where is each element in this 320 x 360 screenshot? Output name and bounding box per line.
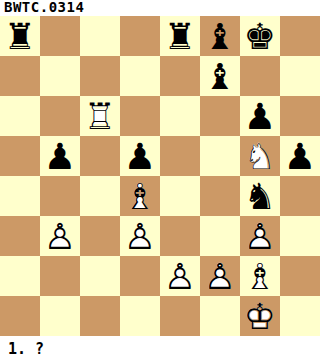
piece-outline: ♙: [40, 216, 80, 256]
piece-fill: ♚: [240, 16, 280, 56]
piece-fill: ♟: [240, 96, 280, 136]
square-a5[interactable]: [0, 136, 40, 176]
square-e1[interactable]: [160, 296, 200, 336]
piece-fill: ♜: [0, 16, 40, 56]
square-c6[interactable]: ♜♖: [80, 96, 120, 136]
piece-outline: ♘: [240, 136, 280, 176]
square-f8[interactable]: ♝: [200, 16, 240, 56]
white-knight: ♞♘: [240, 136, 280, 176]
square-e4[interactable]: [160, 176, 200, 216]
piece-outline: ♖: [80, 96, 120, 136]
piece-fill: ♝: [200, 16, 240, 56]
square-g2[interactable]: ♝♗: [240, 256, 280, 296]
white-king: ♚♔: [240, 296, 280, 336]
square-h4[interactable]: [280, 176, 320, 216]
piece-fill: ♟: [280, 136, 320, 176]
white-pawn: ♟♙: [120, 216, 160, 256]
square-f5[interactable]: [200, 136, 240, 176]
square-a6[interactable]: [0, 96, 40, 136]
square-a2[interactable]: [0, 256, 40, 296]
square-c5[interactable]: [80, 136, 120, 176]
square-a1[interactable]: [0, 296, 40, 336]
white-bishop: ♝♗: [240, 256, 280, 296]
square-h1[interactable]: [280, 296, 320, 336]
square-d1[interactable]: [120, 296, 160, 336]
square-a7[interactable]: [0, 56, 40, 96]
square-d4[interactable]: ♝♗: [120, 176, 160, 216]
piece-fill: ♜: [160, 16, 200, 56]
square-c2[interactable]: [80, 256, 120, 296]
square-b8[interactable]: [40, 16, 80, 56]
white-pawn: ♟♙: [200, 256, 240, 296]
square-c1[interactable]: [80, 296, 120, 336]
square-e7[interactable]: [160, 56, 200, 96]
square-b1[interactable]: [40, 296, 80, 336]
square-b4[interactable]: [40, 176, 80, 216]
square-h6[interactable]: [280, 96, 320, 136]
square-g1[interactable]: ♚♔: [240, 296, 280, 336]
chess-board: ♜♜♝♚♝♜♖♟♟♟♞♘♟♝♗♞♟♙♟♙♟♙♟♙♟♙♝♗♚♔: [0, 16, 320, 336]
piece-outline: ♔: [240, 296, 280, 336]
piece-fill: ♞: [240, 176, 280, 216]
square-g5[interactable]: ♞♘: [240, 136, 280, 176]
square-e2[interactable]: ♟♙: [160, 256, 200, 296]
white-pawn: ♟♙: [40, 216, 80, 256]
square-f6[interactable]: [200, 96, 240, 136]
square-d5[interactable]: ♟: [120, 136, 160, 176]
square-d7[interactable]: [120, 56, 160, 96]
square-h2[interactable]: [280, 256, 320, 296]
square-b6[interactable]: [40, 96, 80, 136]
black-bishop: ♝: [200, 56, 240, 96]
black-pawn: ♟: [280, 136, 320, 176]
square-b5[interactable]: ♟: [40, 136, 80, 176]
square-f1[interactable]: [200, 296, 240, 336]
white-rook: ♜♖: [80, 96, 120, 136]
square-h3[interactable]: [280, 216, 320, 256]
black-bishop: ♝: [200, 16, 240, 56]
puzzle-id: BWTC.0314: [0, 0, 320, 16]
square-f3[interactable]: [200, 216, 240, 256]
square-d8[interactable]: [120, 16, 160, 56]
black-knight: ♞: [240, 176, 280, 216]
square-c4[interactable]: [80, 176, 120, 216]
black-pawn: ♟: [120, 136, 160, 176]
piece-outline: ♙: [120, 216, 160, 256]
square-e3[interactable]: [160, 216, 200, 256]
square-b2[interactable]: [40, 256, 80, 296]
piece-outline: ♗: [120, 176, 160, 216]
white-pawn: ♟♙: [240, 216, 280, 256]
square-g8[interactable]: ♚: [240, 16, 280, 56]
square-g6[interactable]: ♟: [240, 96, 280, 136]
square-h7[interactable]: [280, 56, 320, 96]
piece-fill: ♝: [200, 56, 240, 96]
black-king: ♚: [240, 16, 280, 56]
black-rook: ♜: [160, 16, 200, 56]
square-c8[interactable]: [80, 16, 120, 56]
square-e8[interactable]: ♜: [160, 16, 200, 56]
piece-outline: ♙: [200, 256, 240, 296]
square-c7[interactable]: [80, 56, 120, 96]
chess-puzzle-viewer: BWTC.0314 ♜♜♝♚♝♜♖♟♟♟♞♘♟♝♗♞♟♙♟♙♟♙♟♙♟♙♝♗♚♔…: [0, 0, 320, 360]
black-pawn: ♟: [240, 96, 280, 136]
move-prompt: 1. ?: [0, 336, 320, 360]
black-pawn: ♟: [40, 136, 80, 176]
square-e5[interactable]: [160, 136, 200, 176]
square-h8[interactable]: [280, 16, 320, 56]
square-a8[interactable]: ♜: [0, 16, 40, 56]
piece-fill: ♟: [120, 136, 160, 176]
square-g7[interactable]: [240, 56, 280, 96]
square-c3[interactable]: [80, 216, 120, 256]
square-f7[interactable]: ♝: [200, 56, 240, 96]
square-g3[interactable]: ♟♙: [240, 216, 280, 256]
square-h5[interactable]: ♟: [280, 136, 320, 176]
square-d3[interactable]: ♟♙: [120, 216, 160, 256]
white-bishop: ♝♗: [120, 176, 160, 216]
square-a3[interactable]: [0, 216, 40, 256]
square-a4[interactable]: [0, 176, 40, 216]
piece-outline: ♗: [240, 256, 280, 296]
square-d2[interactable]: [120, 256, 160, 296]
piece-outline: ♙: [160, 256, 200, 296]
white-pawn: ♟♙: [160, 256, 200, 296]
square-f4[interactable]: [200, 176, 240, 216]
square-d6[interactable]: [120, 96, 160, 136]
square-b3[interactable]: ♟♙: [40, 216, 80, 256]
piece-fill: ♟: [40, 136, 80, 176]
black-rook: ♜: [0, 16, 40, 56]
piece-outline: ♙: [240, 216, 280, 256]
square-e6[interactable]: [160, 96, 200, 136]
square-b7[interactable]: [40, 56, 80, 96]
square-f2[interactable]: ♟♙: [200, 256, 240, 296]
square-g4[interactable]: ♞: [240, 176, 280, 216]
